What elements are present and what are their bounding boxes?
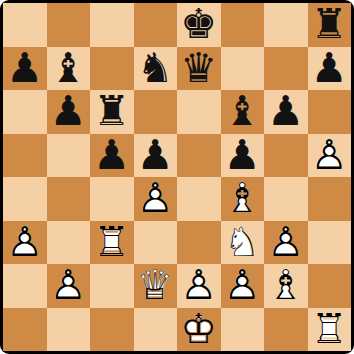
white-pawn[interactable]: ♙	[47, 264, 91, 308]
square-h2[interactable]	[308, 264, 352, 308]
white-pawn[interactable]: ♙	[308, 134, 352, 178]
white-bishop-fill: ♝	[221, 177, 265, 221]
square-b4[interactable]	[47, 177, 91, 221]
white-pawn-fill: ♟	[3, 221, 47, 265]
square-c6[interactable]: ♜	[90, 90, 134, 134]
chess-board: ♚♜♟♝♞♛♟♟♜♝♟♟♟♟♟♙♟♙♝♗♟♙♜♖♞♘♟♙♟♙♛♕♟♙♟♙♝♗♚♔…	[3, 3, 351, 351]
square-f5[interactable]: ♟	[221, 134, 265, 178]
square-g2[interactable]: ♝♗	[264, 264, 308, 308]
white-pawn-fill: ♟	[264, 221, 308, 265]
square-h1[interactable]: ♜♖	[308, 308, 352, 352]
white-bishop[interactable]: ♗	[221, 177, 265, 221]
square-a1[interactable]	[3, 308, 47, 352]
black-rook[interactable]: ♜	[90, 90, 134, 134]
board-frame: ♚♜♟♝♞♛♟♟♜♝♟♟♟♟♟♙♟♙♝♗♟♙♜♖♞♘♟♙♟♙♛♕♟♙♟♙♝♗♚♔…	[0, 0, 354, 354]
square-f1[interactable]	[221, 308, 265, 352]
square-d7[interactable]: ♞	[134, 47, 178, 91]
square-e2[interactable]: ♟♙	[177, 264, 221, 308]
black-bishop[interactable]: ♝	[47, 47, 91, 91]
white-king-fill: ♚	[177, 308, 221, 352]
square-a2[interactable]	[3, 264, 47, 308]
square-c2[interactable]	[90, 264, 134, 308]
square-g7[interactable]	[264, 47, 308, 91]
white-pawn[interactable]: ♙	[177, 264, 221, 308]
white-pawn-fill: ♟	[308, 134, 352, 178]
white-bishop-fill: ♝	[264, 264, 308, 308]
square-a7[interactable]: ♟	[3, 47, 47, 91]
white-pawn[interactable]: ♙	[3, 221, 47, 265]
square-a4[interactable]	[3, 177, 47, 221]
black-pawn[interactable]: ♟	[47, 90, 91, 134]
white-pawn[interactable]: ♙	[264, 221, 308, 265]
square-e5[interactable]	[177, 134, 221, 178]
square-d4[interactable]: ♟♙	[134, 177, 178, 221]
square-b7[interactable]: ♝	[47, 47, 91, 91]
square-g4[interactable]	[264, 177, 308, 221]
square-c3[interactable]: ♜♖	[90, 221, 134, 265]
black-pawn[interactable]: ♟	[221, 134, 265, 178]
square-g6[interactable]: ♟	[264, 90, 308, 134]
black-pawn[interactable]: ♟	[90, 134, 134, 178]
black-pawn[interactable]: ♟	[134, 134, 178, 178]
square-c8[interactable]	[90, 3, 134, 47]
square-f6[interactable]: ♝	[221, 90, 265, 134]
square-b2[interactable]: ♟♙	[47, 264, 91, 308]
square-e8[interactable]: ♚	[177, 3, 221, 47]
black-knight[interactable]: ♞	[134, 47, 178, 91]
black-bishop[interactable]: ♝	[221, 90, 265, 134]
square-e1[interactable]: ♚♔	[177, 308, 221, 352]
square-e3[interactable]	[177, 221, 221, 265]
square-h8[interactable]: ♜	[308, 3, 352, 47]
white-pawn-fill: ♟	[47, 264, 91, 308]
square-h6[interactable]	[308, 90, 352, 134]
square-f4[interactable]: ♝♗	[221, 177, 265, 221]
black-queen[interactable]: ♛	[177, 47, 221, 91]
white-pawn-fill: ♟	[221, 264, 265, 308]
white-pawn-fill: ♟	[134, 177, 178, 221]
square-c7[interactable]	[90, 47, 134, 91]
square-g8[interactable]	[264, 3, 308, 47]
white-bishop[interactable]: ♗	[264, 264, 308, 308]
square-h4[interactable]	[308, 177, 352, 221]
square-h3[interactable]	[308, 221, 352, 265]
square-e7[interactable]: ♛	[177, 47, 221, 91]
square-f2[interactable]: ♟♙	[221, 264, 265, 308]
square-b8[interactable]	[47, 3, 91, 47]
square-b5[interactable]	[47, 134, 91, 178]
black-pawn[interactable]: ♟	[3, 47, 47, 91]
square-g3[interactable]: ♟♙	[264, 221, 308, 265]
square-b6[interactable]: ♟	[47, 90, 91, 134]
white-pawn[interactable]: ♙	[134, 177, 178, 221]
square-c1[interactable]	[90, 308, 134, 352]
square-e6[interactable]	[177, 90, 221, 134]
white-knight[interactable]: ♘	[221, 221, 265, 265]
square-a3[interactable]: ♟♙	[3, 221, 47, 265]
square-f7[interactable]	[221, 47, 265, 91]
square-d5[interactable]: ♟	[134, 134, 178, 178]
square-g1[interactable]	[264, 308, 308, 352]
white-rook[interactable]: ♖	[308, 308, 352, 352]
square-d1[interactable]	[134, 308, 178, 352]
square-e4[interactable]	[177, 177, 221, 221]
white-rook-fill: ♜	[90, 221, 134, 265]
square-d8[interactable]	[134, 3, 178, 47]
square-c5[interactable]: ♟	[90, 134, 134, 178]
square-h7[interactable]: ♟	[308, 47, 352, 91]
black-rook[interactable]: ♜	[308, 3, 352, 47]
square-a5[interactable]	[3, 134, 47, 178]
square-b3[interactable]	[47, 221, 91, 265]
square-a8[interactable]	[3, 3, 47, 47]
black-pawn[interactable]: ♟	[264, 90, 308, 134]
square-c4[interactable]	[90, 177, 134, 221]
square-a6[interactable]	[3, 90, 47, 134]
white-king[interactable]: ♔	[177, 308, 221, 352]
square-b1[interactable]	[47, 308, 91, 352]
black-king[interactable]: ♚	[177, 3, 221, 47]
white-queen-fill: ♛	[134, 264, 178, 308]
square-f3[interactable]: ♞♘	[221, 221, 265, 265]
square-d6[interactable]	[134, 90, 178, 134]
white-knight-fill: ♞	[221, 221, 265, 265]
white-pawn-fill: ♟	[177, 264, 221, 308]
white-rook-fill: ♜	[308, 308, 352, 352]
square-f8[interactable]	[221, 3, 265, 47]
black-pawn[interactable]: ♟	[308, 47, 352, 91]
square-d2[interactable]: ♛♕	[134, 264, 178, 308]
white-rook[interactable]: ♖	[90, 221, 134, 265]
square-g5[interactable]	[264, 134, 308, 178]
white-queen[interactable]: ♕	[134, 264, 178, 308]
square-d3[interactable]	[134, 221, 178, 265]
square-h5[interactable]: ♟♙	[308, 134, 352, 178]
white-pawn[interactable]: ♙	[221, 264, 265, 308]
